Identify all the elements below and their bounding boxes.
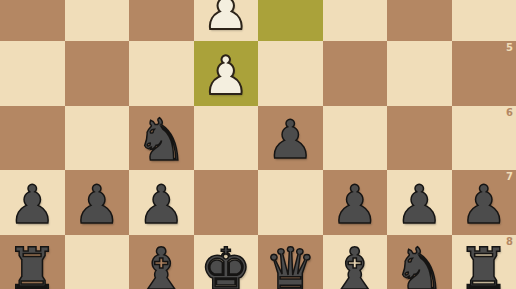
square-a4[interactable] (452, 0, 516, 41)
square-c6[interactable] (323, 106, 388, 171)
black-rook[interactable]: ♜ (6, 240, 58, 289)
square-b5[interactable] (387, 41, 452, 106)
black-rook[interactable]: ♜ (458, 240, 510, 289)
square-d5[interactable] (258, 41, 323, 106)
rank-label-8: 8 (506, 237, 513, 247)
black-pawn[interactable]: ♟ (137, 178, 185, 231)
square-a7[interactable]: ♟7 (452, 170, 516, 235)
black-bishop[interactable]: ♝ (135, 240, 187, 289)
black-knight[interactable]: ♞ (393, 240, 445, 289)
black-pawn[interactable]: ♟ (266, 113, 314, 166)
square-f6[interactable]: ♞ (129, 106, 194, 171)
rank-label-6: 6 (506, 108, 513, 118)
square-e5[interactable]: ♟ (194, 41, 259, 106)
square-h6[interactable] (0, 106, 65, 171)
square-e6[interactable] (194, 106, 259, 171)
square-f7[interactable]: ♟ (129, 170, 194, 235)
square-d7[interactable] (258, 170, 323, 235)
square-a5[interactable]: 5 (452, 41, 516, 106)
black-queen[interactable]: ♛ (264, 240, 316, 289)
square-h4[interactable] (0, 0, 65, 41)
rank-label-7: 7 (506, 172, 513, 182)
square-h8[interactable]: ♜ (0, 235, 65, 289)
chess-board: ♟♟5♞♟6♟♟♟♟♟♟7♜♝♚♛♝♞♜8 (0, 0, 516, 289)
square-h7[interactable]: ♟ (0, 170, 65, 235)
board-viewport: ♟♟5♞♟6♟♟♟♟♟♟7♜♝♚♛♝♞♜8 (0, 0, 516, 289)
square-h5[interactable] (0, 41, 65, 106)
white-pawn[interactable]: ♟ (202, 49, 250, 102)
square-g6[interactable] (65, 106, 130, 171)
square-f5[interactable] (129, 41, 194, 106)
black-pawn[interactable]: ♟ (460, 178, 508, 231)
rank-label-5: 5 (506, 43, 513, 53)
black-pawn[interactable]: ♟ (395, 178, 443, 231)
square-c7[interactable]: ♟ (323, 170, 388, 235)
square-g7[interactable]: ♟ (65, 170, 130, 235)
square-f4[interactable] (129, 0, 194, 41)
square-c5[interactable] (323, 41, 388, 106)
black-pawn[interactable]: ♟ (73, 178, 121, 231)
square-g8[interactable] (65, 235, 130, 289)
square-c4[interactable] (323, 0, 388, 41)
square-b7[interactable]: ♟ (387, 170, 452, 235)
black-pawn[interactable]: ♟ (331, 178, 379, 231)
black-knight[interactable]: ♞ (135, 111, 187, 169)
square-a8[interactable]: ♜8 (452, 235, 516, 289)
square-f8[interactable]: ♝ (129, 235, 194, 289)
square-e7[interactable] (194, 170, 259, 235)
square-d6[interactable]: ♟ (258, 106, 323, 171)
square-g4[interactable] (65, 0, 130, 41)
white-pawn[interactable]: ♟ (202, 0, 250, 37)
square-b4[interactable] (387, 0, 452, 41)
square-d4[interactable] (258, 0, 323, 41)
square-c8[interactable]: ♝ (323, 235, 388, 289)
square-e8[interactable]: ♚ (194, 235, 259, 289)
square-a6[interactable]: 6 (452, 106, 516, 171)
black-king[interactable]: ♚ (200, 240, 252, 289)
square-d8[interactable]: ♛ (258, 235, 323, 289)
black-pawn[interactable]: ♟ (8, 178, 56, 231)
square-g5[interactable] (65, 41, 130, 106)
square-b8[interactable]: ♞ (387, 235, 452, 289)
square-b6[interactable] (387, 106, 452, 171)
square-e4[interactable]: ♟ (194, 0, 259, 41)
black-bishop[interactable]: ♝ (329, 240, 381, 289)
